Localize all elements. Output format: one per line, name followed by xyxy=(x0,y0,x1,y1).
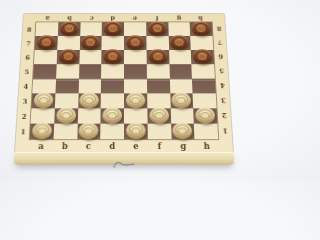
dark-piece[interactable] xyxy=(126,35,145,50)
photo-scene: abcdefgh 87654321 87654321 abcdefgh xyxy=(0,0,249,180)
square-c7[interactable] xyxy=(79,36,102,50)
coordinate-label: 2 xyxy=(21,108,27,123)
square-e1[interactable] xyxy=(124,124,148,140)
square-b6[interactable] xyxy=(56,50,79,64)
square-c6[interactable] xyxy=(79,50,102,64)
light-piece[interactable] xyxy=(172,92,192,108)
coordinate-label: 7 xyxy=(217,36,222,50)
square-h2[interactable] xyxy=(193,108,217,123)
dark-piece[interactable] xyxy=(170,35,189,50)
light-piece[interactable] xyxy=(149,107,169,123)
coordinate-label: 7 xyxy=(26,36,31,50)
coordinate-label: a xyxy=(36,15,58,21)
square-d8[interactable] xyxy=(102,22,124,36)
square-f2[interactable] xyxy=(147,108,171,123)
square-g6[interactable] xyxy=(169,50,192,64)
light-piece[interactable] xyxy=(33,92,53,108)
light-piece[interactable] xyxy=(126,123,146,140)
coordinate-label: d xyxy=(100,142,124,150)
coordinate-label: b xyxy=(58,15,80,21)
square-a4[interactable] xyxy=(32,79,56,94)
square-e6[interactable] xyxy=(124,50,147,64)
square-g3[interactable] xyxy=(170,93,194,108)
square-a2[interactable] xyxy=(31,108,55,123)
square-h4[interactable] xyxy=(192,79,216,94)
square-h3[interactable] xyxy=(193,93,217,108)
square-e7[interactable] xyxy=(124,36,146,50)
dark-piece[interactable] xyxy=(104,21,123,36)
square-h8[interactable] xyxy=(190,22,213,36)
square-a3[interactable] xyxy=(31,93,55,108)
coordinate-label: b xyxy=(53,142,77,150)
dark-piece[interactable] xyxy=(103,49,122,64)
square-d5[interactable] xyxy=(101,64,124,78)
square-b3[interactable] xyxy=(55,93,79,108)
dark-piece[interactable] xyxy=(148,49,167,64)
square-d1[interactable] xyxy=(100,124,124,140)
square-b2[interactable] xyxy=(54,108,78,123)
dark-piece[interactable] xyxy=(58,49,77,64)
square-b4[interactable] xyxy=(55,79,78,94)
square-a1[interactable] xyxy=(30,124,54,140)
checkers-board: abcdefgh 87654321 87654321 abcdefgh xyxy=(15,14,233,153)
coordinate-label: a xyxy=(29,142,53,150)
light-piece[interactable] xyxy=(102,107,122,123)
dark-piece[interactable] xyxy=(193,49,213,64)
square-a5[interactable] xyxy=(33,64,56,78)
square-d7[interactable] xyxy=(102,36,124,50)
square-c5[interactable] xyxy=(79,64,102,78)
square-h6[interactable] xyxy=(191,50,214,64)
square-b1[interactable] xyxy=(53,124,77,140)
coordinate-label: d xyxy=(102,15,124,21)
coordinate-label: h xyxy=(190,15,212,21)
board-frame: abcdefgh 87654321 87654321 abcdefgh xyxy=(15,14,233,153)
coordinate-label: g xyxy=(171,142,195,150)
square-g4[interactable] xyxy=(169,79,192,94)
coordinate-label: 3 xyxy=(22,93,28,108)
coordinate-label: 8 xyxy=(216,22,221,36)
light-piece[interactable] xyxy=(126,92,145,108)
light-piece[interactable] xyxy=(56,107,76,123)
square-e8[interactable] xyxy=(124,22,146,36)
square-f7[interactable] xyxy=(146,36,169,50)
square-h5[interactable] xyxy=(192,64,215,78)
square-c2[interactable] xyxy=(77,108,101,123)
square-b5[interactable] xyxy=(56,64,79,78)
square-g2[interactable] xyxy=(170,108,194,123)
dark-piece[interactable] xyxy=(192,21,211,36)
square-f1[interactable] xyxy=(147,124,171,140)
coordinate-label: 2 xyxy=(221,108,227,123)
coordinate-label: g xyxy=(168,15,190,21)
board-front-edge xyxy=(14,152,234,165)
square-f4[interactable] xyxy=(147,79,170,94)
coordinate-label: 5 xyxy=(218,64,224,78)
dark-piece[interactable] xyxy=(59,21,78,36)
light-piece[interactable] xyxy=(195,107,215,123)
coordinate-label: 8 xyxy=(27,22,32,36)
coordinate-label: 1 xyxy=(222,124,228,140)
square-d6[interactable] xyxy=(101,50,124,64)
square-g8[interactable] xyxy=(168,22,191,36)
coordinate-label: c xyxy=(80,15,102,21)
dark-piece[interactable] xyxy=(36,35,55,50)
square-g7[interactable] xyxy=(168,36,191,50)
square-e5[interactable] xyxy=(124,64,147,78)
square-f6[interactable] xyxy=(146,50,169,64)
square-c3[interactable] xyxy=(78,93,101,108)
square-c8[interactable] xyxy=(80,22,102,36)
square-h1[interactable] xyxy=(194,124,218,140)
coordinate-label: e xyxy=(124,15,146,21)
square-a7[interactable] xyxy=(35,36,58,50)
light-piece[interactable] xyxy=(79,123,99,140)
dark-piece[interactable] xyxy=(81,35,100,50)
coordinate-label: 4 xyxy=(23,79,29,94)
square-d4[interactable] xyxy=(101,79,124,94)
light-piece[interactable] xyxy=(173,123,193,140)
board-grid xyxy=(30,22,218,139)
square-f3[interactable] xyxy=(147,93,170,108)
square-c4[interactable] xyxy=(78,79,101,94)
square-c1[interactable] xyxy=(77,124,101,140)
clasp-icon xyxy=(111,154,137,173)
light-piece[interactable] xyxy=(80,92,100,108)
coordinate-label: 5 xyxy=(24,64,30,78)
coordinate-label: f xyxy=(148,142,172,150)
coordinate-label: 1 xyxy=(20,124,26,140)
square-e4[interactable] xyxy=(124,79,147,94)
square-e3[interactable] xyxy=(124,93,147,108)
coordinate-label: e xyxy=(124,142,148,150)
coordinate-label: 4 xyxy=(219,79,225,94)
file-labels-top: abcdefgh xyxy=(23,14,224,22)
square-a8[interactable] xyxy=(35,22,58,36)
square-f8[interactable] xyxy=(146,22,168,36)
square-b7[interactable] xyxy=(57,36,80,50)
coordinate-label: c xyxy=(77,142,101,150)
square-d3[interactable] xyxy=(101,93,124,108)
file-labels-bottom: abcdefgh xyxy=(15,139,233,153)
square-h7[interactable] xyxy=(190,36,213,50)
dark-piece[interactable] xyxy=(148,21,167,36)
square-f5[interactable] xyxy=(147,64,170,78)
light-piece[interactable] xyxy=(32,123,53,140)
square-e2[interactable] xyxy=(124,108,147,123)
coordinate-label: h xyxy=(195,142,219,150)
coordinate-label: 6 xyxy=(218,50,223,64)
square-g1[interactable] xyxy=(171,124,195,140)
coordinate-label: 6 xyxy=(25,50,30,64)
coordinate-label: f xyxy=(146,15,168,21)
square-g5[interactable] xyxy=(169,64,192,78)
square-d2[interactable] xyxy=(101,108,124,123)
square-b8[interactable] xyxy=(58,22,81,36)
coordinate-label: 3 xyxy=(220,93,226,108)
square-a6[interactable] xyxy=(34,50,57,64)
